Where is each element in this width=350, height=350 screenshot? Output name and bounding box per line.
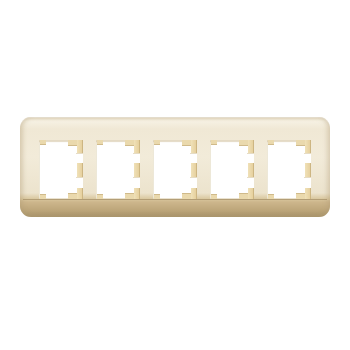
mounting-tab-top-right	[296, 140, 305, 146]
bevel-claw-notch-lower	[133, 177, 140, 188]
mounting-tab-bottom-left	[211, 194, 217, 199]
mounting-tab-top-right	[68, 140, 77, 146]
mounting-tab-bottom-left	[40, 194, 46, 199]
product-photo-background	[0, 0, 350, 350]
mounting-tab-bottom-right	[68, 193, 77, 199]
mounting-tab-top-left	[40, 140, 46, 145]
frame-opening	[96, 140, 140, 199]
bevel-claw-notch-upper	[304, 153, 311, 163]
bevel-claw-notch-upper	[247, 153, 254, 163]
frame-opening	[267, 140, 311, 199]
opening-bevel-strip	[248, 140, 254, 199]
mounting-tab-top-left	[97, 140, 103, 145]
frame-openings-row	[39, 140, 311, 199]
mounting-tab-top-right	[239, 140, 248, 146]
bevel-claw-notch-lower	[247, 177, 254, 188]
mounting-tab-bottom-right	[296, 193, 305, 199]
mounting-tab-bottom-left	[268, 194, 274, 199]
bottom-band-seam	[23, 199, 327, 200]
mounting-tab-top-left	[268, 140, 274, 145]
mounting-tab-bottom-left	[97, 194, 103, 199]
mounting-tab-top-right	[182, 140, 191, 146]
frame-opening	[210, 140, 254, 199]
mounting-tab-bottom-right	[125, 193, 134, 199]
mounting-tab-top-left	[154, 140, 160, 145]
bevel-claw-notch-upper	[190, 153, 197, 163]
opening-bevel-strip	[191, 140, 197, 199]
frame-opening	[39, 140, 83, 199]
bevel-claw-notch-upper	[76, 153, 83, 163]
mounting-tab-top-left	[211, 140, 217, 145]
mounting-tab-top-right	[125, 140, 134, 146]
bevel-claw-notch-lower	[190, 177, 197, 188]
mounting-tab-bottom-right	[239, 193, 248, 199]
opening-bevel-strip	[77, 140, 83, 199]
wall-frame-plate	[20, 117, 330, 217]
opening-bevel-strip	[305, 140, 311, 199]
mounting-tab-bottom-left	[154, 194, 160, 199]
bevel-claw-notch-upper	[133, 153, 140, 163]
bevel-claw-notch-lower	[76, 177, 83, 188]
mounting-tab-bottom-right	[182, 193, 191, 199]
bevel-claw-notch-lower	[304, 177, 311, 188]
opening-bevel-strip	[134, 140, 140, 199]
frame-opening	[153, 140, 197, 199]
